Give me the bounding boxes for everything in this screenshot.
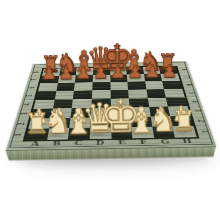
file-label-near-e: E [111, 139, 133, 146]
board-squares [22, 66, 199, 142]
file-label-near-g: G [153, 139, 176, 146]
chess-board: AABBCCDDEEFFGGHH1122334455667788 ♜♞♝♛♚♝♞… [0, 0, 220, 220]
file-label-near-f: F [132, 139, 155, 146]
square-f1 [131, 127, 153, 139]
square-h1 [172, 127, 196, 138]
file-label-near-b: B [45, 141, 68, 148]
square-c1 [68, 128, 90, 140]
product-photo-scene: AABBCCDDEEFFGGHH1122334455667788 ♜♞♝♛♚♝♞… [0, 0, 220, 220]
square-d1 [89, 128, 110, 140]
square-a1 [25, 129, 49, 141]
square-g1 [152, 127, 175, 139]
board-coordinates [33, 62, 186, 65]
file-label-near-c: C [67, 140, 89, 147]
file-label-near-d: D [89, 140, 111, 147]
square-e1 [110, 128, 132, 140]
board-top-face: AABBCCDDEEFFGGHH1122334455667788 [6, 62, 216, 150]
file-label-near-h: H [175, 138, 199, 145]
square-b1 [46, 129, 69, 141]
file-label-near-a: A [23, 141, 46, 148]
